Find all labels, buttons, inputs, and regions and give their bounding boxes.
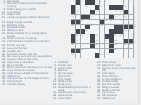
- cell-number: 15: [71, 15, 73, 17]
- grid-cell: [100, 39, 104, 43]
- grid-cell: [95, 15, 99, 19]
- cell-number: 29: [81, 34, 83, 36]
- cell-number: 39: [114, 43, 116, 45]
- black-cell: [109, 44, 113, 48]
- cell-number: 40: [124, 43, 126, 45]
- cell-number: 44: [71, 53, 73, 55]
- cell-number: 23: [90, 24, 92, 26]
- grid-cell: [105, 25, 109, 29]
- grid-cell: 20: [105, 20, 109, 24]
- black-cell: [85, 15, 89, 19]
- grid-cell: [124, 53, 128, 57]
- grid-cell: [90, 5, 94, 9]
- grid-cell: [119, 39, 123, 43]
- grid-cell: 33: [76, 39, 80, 43]
- crossword-grid: 1234567891011121314151617181920212223242…: [71, 0, 134, 58]
- grid-cell: 23: [90, 25, 94, 29]
- cell-number: 37: [71, 43, 73, 45]
- cell-number: 1: [81, 0, 82, 2]
- rotated-margin-note: Solution to this puzzle on page 14: [132, 6, 134, 43]
- down-clues-column-1: 1.Finished3.Frozen rain4.Small child5.Bo…: [52, 62, 95, 101]
- grid-cell: [90, 53, 94, 57]
- cell-number: 12: [95, 10, 97, 12]
- grid-cell: [76, 25, 80, 29]
- cell-number: 17: [114, 15, 116, 17]
- grid-cell: [76, 15, 80, 19]
- cell-number: 42: [81, 48, 83, 50]
- clue-row: 12.Come up against before the finish: [1, 17, 53, 20]
- clue-text: Deep mud: [102, 98, 139, 101]
- black-cell: [76, 49, 80, 53]
- cell-number: 13: [114, 10, 116, 12]
- cell-number: 22: [71, 24, 73, 26]
- grid-cell: [109, 10, 113, 14]
- grid-cell: [85, 49, 89, 53]
- grid-cell: [95, 25, 99, 29]
- grid-cell: 26: [124, 29, 128, 33]
- grid-cell: [100, 10, 104, 14]
- black-cell: [90, 39, 94, 43]
- grid-cell: [95, 20, 99, 24]
- page-edge-shadow-right: [138, 0, 141, 105]
- grid-cell: 42: [81, 49, 85, 53]
- grid-cell: [81, 53, 85, 57]
- grid-cell: 40: [124, 44, 128, 48]
- cell-number: 33: [76, 39, 78, 41]
- grid-cell: 35: [105, 39, 109, 43]
- cell-number: 36: [114, 39, 116, 41]
- grid-cell: [124, 49, 128, 53]
- cell-number: 10: [124, 5, 126, 7]
- grid-cell: 11: [76, 10, 80, 14]
- cell-number: 5: [124, 0, 125, 2]
- grid-cell: [119, 44, 123, 48]
- grid-cell: [85, 39, 89, 43]
- cell-number: 45: [100, 53, 102, 55]
- cell-number: 8: [86, 5, 87, 7]
- grid-cell: [85, 34, 89, 38]
- grid-cell: 10: [124, 5, 128, 9]
- grid-cell: [114, 53, 118, 57]
- clue-text: Grow older: [58, 98, 95, 101]
- black-cell: [90, 44, 94, 48]
- cell-number: 31: [114, 34, 116, 36]
- cell-number: 34: [95, 39, 97, 41]
- grid-cell: [119, 20, 123, 24]
- clue-text: Come up against before the finish: [7, 17, 53, 20]
- grid-cell: 21: [109, 20, 113, 24]
- cell-number: 16: [90, 15, 92, 17]
- grid-cell: [90, 29, 94, 33]
- grid-cell: [100, 29, 104, 33]
- cell-number: 14: [119, 10, 121, 12]
- clue-row: 41.Deep mud: [96, 98, 139, 101]
- cell-number: 25: [86, 29, 88, 31]
- grid-cell: [81, 25, 85, 29]
- grid-cell: [71, 0, 75, 4]
- grid-cell: [90, 49, 94, 53]
- grid-cell: [81, 10, 85, 14]
- cell-number: 28: [76, 34, 78, 36]
- cell-number: 7: [76, 5, 77, 7]
- grid-cell: 2: [95, 0, 99, 4]
- black-cell: [90, 0, 94, 4]
- grid-cell: [100, 15, 104, 19]
- down-clues-column-2: 21.Floor cover22.Kept from view24.Narrow…: [96, 62, 139, 101]
- cell-number: 19: [81, 19, 83, 21]
- grid-cell: [95, 49, 99, 53]
- grid-cell: [114, 0, 118, 4]
- grid-cell: 1: [81, 0, 85, 4]
- black-cell: [109, 39, 113, 43]
- grid-cell: 29: [81, 34, 85, 38]
- grid-cell: 9: [100, 5, 104, 9]
- grid-cell: 37: [71, 44, 75, 48]
- cell-number: 18: [124, 15, 126, 17]
- grid-cell: 8: [85, 5, 89, 9]
- grid-cell: [119, 53, 123, 57]
- cell-number: 32: [119, 34, 121, 36]
- grid-cell: [105, 10, 109, 14]
- grid-cell: [119, 0, 123, 4]
- grid-cell: 6: [129, 0, 133, 4]
- grid-cell: [105, 44, 109, 48]
- cell-number: 20: [105, 19, 107, 21]
- cell-number: 41: [129, 43, 131, 45]
- grid-cell: 16: [90, 15, 94, 19]
- grid-cell: 4: [105, 0, 109, 4]
- grid-cell: [100, 44, 104, 48]
- cell-number: 35: [105, 39, 107, 41]
- grid-cell: [105, 53, 109, 57]
- black-cell: [109, 29, 113, 33]
- cell-number: 9: [100, 5, 101, 7]
- grid-cell: [124, 20, 128, 24]
- cell-number: 38: [95, 43, 97, 45]
- black-cell: [71, 34, 75, 38]
- grid-cell: 25: [85, 29, 89, 33]
- grid-cell: [85, 44, 89, 48]
- grid-cell: [85, 20, 89, 24]
- cell-number: 6: [129, 0, 130, 2]
- cell-number: 11: [76, 10, 78, 12]
- clue-text: Looked closely: [7, 84, 53, 87]
- grid-cell: [81, 39, 85, 43]
- black-cell: [95, 53, 99, 57]
- black-cell: [76, 20, 80, 24]
- grid-cell: [129, 49, 133, 53]
- grid-cell: [100, 34, 104, 38]
- grid-cell: 45: [100, 53, 104, 57]
- grid-cell: 15: [71, 15, 75, 19]
- grid-cell: 41: [129, 44, 133, 48]
- black-cell: [90, 34, 94, 38]
- black-cell: [109, 49, 113, 53]
- cell-number: 26: [124, 29, 126, 31]
- black-cell: [109, 34, 113, 38]
- grid-cell: [124, 34, 128, 38]
- clue-row: 19.Grow older: [52, 98, 95, 101]
- grid-cell: 22: [71, 25, 75, 29]
- grid-cell: 32: [119, 34, 123, 38]
- grid-cell: [109, 25, 113, 29]
- grid-cell: [109, 53, 113, 57]
- cell-number: 21: [110, 19, 112, 21]
- grid-cell: 43: [114, 49, 118, 53]
- cell-number: 24: [100, 24, 102, 26]
- grid-cell: 14: [119, 10, 123, 14]
- across-clues-column: 2.Sea eagle7.Mountain lake found in the …: [1, 1, 53, 87]
- grid-cell: [76, 44, 80, 48]
- grid-cell: [119, 49, 123, 53]
- cell-number: 30: [95, 34, 97, 36]
- clue-row: 45.Looked closely: [1, 84, 53, 87]
- grid-cell: [81, 5, 85, 9]
- grid-cell: 12: [95, 10, 99, 14]
- grid-cell: [129, 53, 133, 57]
- grid-cell: [119, 15, 123, 19]
- grid-cell: 44: [71, 53, 75, 57]
- grid-cell: [105, 29, 109, 33]
- grid-cell: [71, 29, 75, 33]
- black-cell: [71, 5, 75, 9]
- grid-cell: 19: [81, 20, 85, 24]
- black-cell: [109, 5, 113, 9]
- grid-cell: [109, 0, 113, 4]
- grid-cell: [114, 20, 118, 24]
- grid-cell: 18: [124, 15, 128, 19]
- grid-cell: [105, 49, 109, 53]
- cell-number: 3: [100, 0, 101, 2]
- grid-cell: [105, 5, 109, 9]
- cell-number: 43: [114, 48, 116, 50]
- grid-cell: 24: [100, 25, 104, 29]
- grid-cell: [85, 10, 89, 14]
- grid-cell: 38: [95, 44, 99, 48]
- cell-number: 4: [105, 0, 106, 2]
- grid-cell: [76, 53, 80, 57]
- page-edge-shadow-bottom: [0, 103, 140, 105]
- grid-cell: [85, 53, 89, 57]
- black-cell: [119, 25, 123, 29]
- black-cell: [114, 25, 118, 29]
- grid-cell: 17: [114, 15, 118, 19]
- cell-number: 2: [95, 0, 96, 2]
